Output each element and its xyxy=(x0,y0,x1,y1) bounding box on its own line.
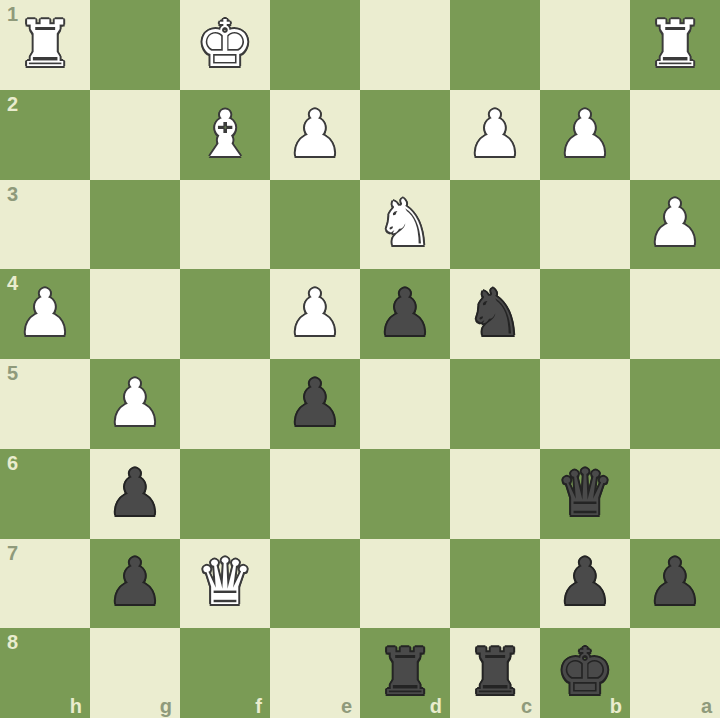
square-g7[interactable]: ♟ xyxy=(90,539,180,629)
square-h8[interactable]: 8h xyxy=(0,628,90,718)
rank-label-8: 8 xyxy=(7,632,18,652)
white-pawn-piece[interactable]: ♟ xyxy=(466,102,523,166)
black-pawn-piece[interactable]: ♟ xyxy=(646,550,703,614)
square-a7[interactable]: ♟ xyxy=(630,539,720,629)
square-c1[interactable] xyxy=(450,0,540,90)
square-g4[interactable] xyxy=(90,269,180,359)
white-rook-piece[interactable]: ♜ xyxy=(16,12,73,76)
square-b2[interactable]: ♟ xyxy=(540,90,630,180)
square-c5[interactable] xyxy=(450,359,540,449)
square-e3[interactable] xyxy=(270,180,360,270)
square-c2[interactable]: ♟ xyxy=(450,90,540,180)
square-g2[interactable] xyxy=(90,90,180,180)
square-a1[interactable]: ♜ xyxy=(630,0,720,90)
chess-board: 1♜♚♜2♝♟♟♟3♞♟4♟♟♟♞5♟♟6♟♛7♟♛♟♟8hgfed♜c♜b♚a xyxy=(0,0,720,718)
black-rook-piece[interactable]: ♜ xyxy=(466,640,523,704)
black-knight-piece[interactable]: ♞ xyxy=(466,281,523,345)
square-h4[interactable]: 4♟ xyxy=(0,269,90,359)
square-c8[interactable]: c♜ xyxy=(450,628,540,718)
square-d7[interactable] xyxy=(360,539,450,629)
rank-label-7: 7 xyxy=(7,543,18,563)
white-pawn-piece[interactable]: ♟ xyxy=(286,102,343,166)
square-a8[interactable]: a xyxy=(630,628,720,718)
square-f1[interactable]: ♚ xyxy=(180,0,270,90)
black-pawn-piece[interactable]: ♟ xyxy=(286,371,343,435)
square-f5[interactable] xyxy=(180,359,270,449)
square-b8[interactable]: b♚ xyxy=(540,628,630,718)
square-c4[interactable]: ♞ xyxy=(450,269,540,359)
white-pawn-piece[interactable]: ♟ xyxy=(16,281,73,345)
square-f2[interactable]: ♝ xyxy=(180,90,270,180)
square-d3[interactable]: ♞ xyxy=(360,180,450,270)
square-b7[interactable]: ♟ xyxy=(540,539,630,629)
square-e7[interactable] xyxy=(270,539,360,629)
square-d2[interactable] xyxy=(360,90,450,180)
square-d6[interactable] xyxy=(360,449,450,539)
square-a2[interactable] xyxy=(630,90,720,180)
square-f8[interactable]: f xyxy=(180,628,270,718)
white-pawn-piece[interactable]: ♟ xyxy=(646,191,703,255)
square-d1[interactable] xyxy=(360,0,450,90)
square-f4[interactable] xyxy=(180,269,270,359)
white-queen-piece[interactable]: ♛ xyxy=(196,550,253,614)
square-h7[interactable]: 7 xyxy=(0,539,90,629)
square-h6[interactable]: 6 xyxy=(0,449,90,539)
white-king-piece[interactable]: ♚ xyxy=(196,12,253,76)
black-pawn-piece[interactable]: ♟ xyxy=(376,281,433,345)
rank-label-6: 6 xyxy=(7,453,18,473)
square-e4[interactable]: ♟ xyxy=(270,269,360,359)
square-g8[interactable]: g xyxy=(90,628,180,718)
square-c6[interactable] xyxy=(450,449,540,539)
square-h1[interactable]: 1♜ xyxy=(0,0,90,90)
file-label-g: g xyxy=(160,696,172,716)
white-pawn-piece[interactable]: ♟ xyxy=(106,371,163,435)
rank-label-2: 2 xyxy=(7,94,18,114)
file-label-h: h xyxy=(70,696,82,716)
white-rook-piece[interactable]: ♜ xyxy=(646,12,703,76)
black-pawn-piece[interactable]: ♟ xyxy=(106,461,163,525)
square-e2[interactable]: ♟ xyxy=(270,90,360,180)
file-label-a: a xyxy=(701,696,712,716)
square-a6[interactable] xyxy=(630,449,720,539)
black-pawn-piece[interactable]: ♟ xyxy=(106,550,163,614)
file-label-e: e xyxy=(341,696,352,716)
square-h5[interactable]: 5 xyxy=(0,359,90,449)
square-g3[interactable] xyxy=(90,180,180,270)
square-f7[interactable]: ♛ xyxy=(180,539,270,629)
black-king-piece[interactable]: ♚ xyxy=(556,640,613,704)
file-label-f: f xyxy=(255,696,262,716)
square-d5[interactable] xyxy=(360,359,450,449)
square-a3[interactable]: ♟ xyxy=(630,180,720,270)
square-g6[interactable]: ♟ xyxy=(90,449,180,539)
square-e6[interactable] xyxy=(270,449,360,539)
square-a4[interactable] xyxy=(630,269,720,359)
square-e5[interactable]: ♟ xyxy=(270,359,360,449)
square-b3[interactable] xyxy=(540,180,630,270)
square-b4[interactable] xyxy=(540,269,630,359)
square-a5[interactable] xyxy=(630,359,720,449)
white-bishop-piece[interactable]: ♝ xyxy=(196,102,253,166)
square-d8[interactable]: d♜ xyxy=(360,628,450,718)
square-c3[interactable] xyxy=(450,180,540,270)
square-h2[interactable]: 2 xyxy=(0,90,90,180)
white-pawn-piece[interactable]: ♟ xyxy=(286,281,343,345)
square-e1[interactable] xyxy=(270,0,360,90)
rank-label-5: 5 xyxy=(7,363,18,383)
square-f6[interactable] xyxy=(180,449,270,539)
black-pawn-piece[interactable]: ♟ xyxy=(556,550,613,614)
white-knight-piece[interactable]: ♞ xyxy=(376,191,433,255)
square-b5[interactable] xyxy=(540,359,630,449)
rank-label-3: 3 xyxy=(7,184,18,204)
black-rook-piece[interactable]: ♜ xyxy=(376,640,433,704)
square-g5[interactable]: ♟ xyxy=(90,359,180,449)
white-pawn-piece[interactable]: ♟ xyxy=(556,102,613,166)
square-b1[interactable] xyxy=(540,0,630,90)
square-h3[interactable]: 3 xyxy=(0,180,90,270)
black-queen-piece[interactable]: ♛ xyxy=(556,461,613,525)
square-e8[interactable]: e xyxy=(270,628,360,718)
square-b6[interactable]: ♛ xyxy=(540,449,630,539)
square-f3[interactable] xyxy=(180,180,270,270)
square-d4[interactable]: ♟ xyxy=(360,269,450,359)
square-c7[interactable] xyxy=(450,539,540,629)
square-g1[interactable] xyxy=(90,0,180,90)
